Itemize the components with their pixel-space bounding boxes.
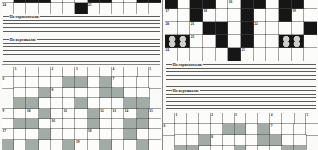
black-cell — [254, 0, 267, 9]
black-cell — [190, 0, 203, 9]
gray-cell — [88, 119, 100, 129]
empty-cell — [26, 3, 38, 14]
empty-cell — [112, 129, 124, 139]
clue-number: 7 — [271, 124, 273, 128]
empty-cell — [26, 129, 38, 139]
clue-text-left: По горизонтали: По вертикали: — [3, 16, 160, 64]
empty-cell — [88, 140, 100, 150]
gray-cell — [124, 98, 136, 108]
empty-cell — [88, 77, 100, 87]
empty-cell — [149, 129, 161, 139]
empty-cell — [2, 119, 14, 129]
clue-number: 4 — [271, 113, 273, 117]
numbered-cell-16: 16 — [51, 119, 63, 129]
empty-cell — [14, 109, 26, 119]
empty-cell — [88, 88, 100, 98]
empty-cell — [203, 48, 216, 61]
clue-number: 24 — [166, 48, 170, 52]
gray-cell — [39, 109, 51, 119]
gray-cell — [294, 146, 306, 150]
black-cell — [279, 0, 292, 9]
empty-cell — [112, 119, 124, 129]
empty-cell — [137, 88, 149, 98]
empty-cell — [254, 9, 267, 22]
empty-cell — [270, 146, 282, 150]
clue-number: 16 — [51, 119, 55, 123]
gray-cell — [39, 129, 51, 139]
clue-number: 2 — [211, 113, 213, 117]
crossword-grid-bottom-left: 12345678910111213141516171819 — [2, 67, 161, 150]
clue-number: 18 — [204, 9, 208, 13]
empty-cell — [258, 113, 270, 124]
black-cell — [279, 9, 292, 22]
empty-cell — [51, 77, 63, 87]
empty-cell — [100, 119, 112, 129]
empty-cell — [14, 140, 26, 150]
down-header-right: По вертикали: — [172, 89, 200, 93]
numbered-cell-5: 5 — [306, 113, 318, 124]
empty-cell — [175, 124, 187, 135]
empty-cell — [88, 67, 100, 77]
empty-cell — [178, 48, 191, 61]
empty-cell — [100, 3, 112, 14]
empty-cell — [26, 77, 38, 87]
numbered-cell-5: 5 — [149, 67, 161, 77]
gray-cell — [187, 146, 199, 150]
empty-cell — [294, 135, 306, 146]
numbered-cell-4: 4 — [270, 113, 282, 124]
numbered-cell-1: 1 — [14, 67, 26, 77]
clue-number: 19 — [76, 140, 80, 144]
numbered-cell-19: 19 — [292, 9, 305, 22]
empty-cell — [187, 135, 199, 146]
empty-cell — [306, 124, 318, 135]
empty-cell — [178, 0, 191, 9]
clue-number: 9 — [3, 109, 5, 113]
numbered-cell-6: 6 — [2, 77, 14, 87]
gray-cell — [223, 124, 235, 135]
clue-number: 24 — [3, 3, 7, 7]
black-cell — [228, 48, 241, 61]
empty-cell — [266, 0, 279, 9]
clue-number: 19 — [292, 9, 296, 13]
clue-number: 6 — [164, 124, 166, 128]
empty-cell — [75, 119, 87, 129]
clues-down-left: По вертикали: — [3, 39, 160, 64]
gray-cell — [112, 88, 124, 98]
black-cell — [241, 35, 254, 48]
gray-cell — [282, 146, 294, 150]
gray-cell — [63, 140, 75, 150]
empty-cell — [39, 67, 51, 77]
empty-cell — [112, 3, 124, 14]
empty-cell — [216, 0, 229, 9]
empty-cell — [228, 35, 241, 48]
gray-cell — [258, 124, 270, 135]
empty-cell — [51, 109, 63, 119]
numbered-cell-19: 19 — [75, 140, 87, 150]
clue-number: 5 — [307, 113, 309, 117]
crossword-grid-top-right: 16171819202122232425 — [165, 0, 317, 61]
empty-cell — [124, 77, 136, 87]
empty-cell — [223, 135, 235, 146]
empty-cell — [75, 88, 87, 98]
scanned-crossword-page: 2425 По горизонтали: По вертикали: 12345… — [0, 0, 318, 150]
gray-cell — [63, 77, 75, 87]
gray-cell — [2, 140, 14, 150]
rosette-ornament-cell — [279, 35, 304, 48]
empty-cell — [235, 135, 247, 146]
empty-cell — [100, 67, 112, 77]
clue-number: 5 — [149, 67, 151, 71]
gray-cell — [88, 109, 100, 119]
numbered-cell-6: 6 — [163, 124, 175, 135]
clue-number: 12 — [100, 109, 104, 113]
gray-cell — [137, 109, 149, 119]
empty-cell — [149, 77, 161, 87]
empty-cell — [187, 113, 199, 124]
clue-number: 13 — [113, 109, 117, 113]
crossword-grid-top-right-wrapper: 16171819202122232425 — [165, 0, 317, 61]
empty-cell — [14, 3, 26, 14]
clue-number: 14 — [125, 109, 129, 113]
empty-cell — [175, 135, 187, 146]
clues-across-left: По горизонтали: — [3, 16, 160, 38]
empty-cell — [88, 98, 100, 108]
numbered-cell-17: 17 — [165, 9, 178, 22]
gray-cell — [137, 98, 149, 108]
empty-cell — [199, 124, 211, 135]
empty-cell — [149, 140, 161, 150]
gray-cell — [75, 77, 87, 87]
black-cell — [216, 22, 229, 35]
empty-cell — [63, 88, 75, 98]
crossword-grid-bottom-right-wrapper: 12345678 — [163, 113, 318, 150]
numbered-cell-24: 24 — [165, 48, 178, 61]
clue-number: 22 — [254, 22, 258, 26]
black-cell — [203, 22, 216, 35]
numbered-cell-17: 17 — [2, 129, 14, 139]
numbered-cell-10: 10 — [26, 109, 38, 119]
empty-cell — [51, 98, 63, 108]
down-header-left: По вертикали: — [9, 38, 37, 42]
empty-cell — [266, 9, 279, 22]
numbered-cell-1: 1 — [175, 113, 187, 124]
empty-cell — [100, 98, 112, 108]
empty-cell — [246, 124, 258, 135]
gray-cell — [199, 135, 211, 146]
gray-cell — [175, 146, 187, 150]
empty-cell — [51, 3, 63, 14]
empty-cell — [26, 67, 38, 77]
empty-cell — [75, 129, 87, 139]
empty-cell — [228, 9, 241, 22]
empty-cell — [14, 129, 26, 139]
empty-cell — [124, 88, 136, 98]
clue-number: 3 — [76, 67, 78, 71]
black-cell — [190, 9, 203, 22]
numbered-cell-11: 11 — [63, 109, 75, 119]
empty-cell — [228, 22, 241, 35]
gray-cell — [100, 140, 112, 150]
clue-number: 23 — [191, 35, 195, 39]
empty-cell — [137, 77, 149, 87]
empty-cell — [254, 35, 267, 48]
gray-cell — [270, 135, 282, 146]
numbered-cell-3: 3 — [75, 67, 87, 77]
numbered-cell-2: 2 — [51, 67, 63, 77]
empty-cell — [266, 35, 279, 48]
clue-number: 18 — [88, 129, 92, 133]
empty-cell — [14, 77, 26, 87]
clue-number: 4 — [113, 67, 115, 71]
empty-cell — [149, 119, 161, 129]
empty-cell — [63, 119, 75, 129]
numbered-cell-12: 12 — [100, 109, 112, 119]
clue-number: 8 — [51, 88, 53, 92]
clue-number: 20 — [166, 22, 170, 26]
clue-number: 17 — [166, 9, 170, 13]
black-cell — [203, 0, 216, 9]
numbered-cell-18: 18 — [203, 9, 216, 22]
numbered-cell-2: 2 — [211, 113, 223, 124]
empty-cell — [304, 0, 317, 9]
empty-cell — [100, 129, 112, 139]
gray-cell — [26, 98, 38, 108]
empty-cell — [223, 113, 235, 124]
empty-cell — [112, 98, 124, 108]
empty-cell — [178, 22, 191, 35]
clue-number: 1 — [15, 67, 17, 71]
empty-cell — [51, 129, 63, 139]
empty-cell — [39, 98, 51, 108]
numbered-cell-9: 9 — [2, 109, 14, 119]
black-cell — [241, 22, 254, 35]
empty-cell — [304, 9, 317, 22]
gray-cell — [39, 88, 51, 98]
empty-cell — [39, 140, 51, 150]
gray-cell — [137, 119, 149, 129]
gray-cell — [258, 135, 270, 146]
empty-cell — [190, 48, 203, 61]
empty-cell — [282, 124, 294, 135]
empty-cell — [124, 3, 136, 14]
empty-cell — [112, 140, 124, 150]
empty-cell — [51, 140, 63, 150]
clue-number: 1 — [175, 113, 177, 117]
numbered-cell-7: 7 — [112, 77, 124, 87]
clue-number: 3 — [235, 113, 237, 117]
black-cell — [304, 22, 317, 35]
numbered-cell-21: 21 — [190, 22, 203, 35]
numbered-cell-18: 18 — [88, 129, 100, 139]
black-cell — [216, 35, 229, 48]
empty-cell — [63, 67, 75, 77]
clue-number: 25 — [242, 48, 246, 52]
empty-cell — [266, 22, 279, 35]
clue-text-right: По горизонтали: По вертикали: — [166, 64, 316, 111]
numbered-cell-25: 25 — [241, 48, 254, 61]
empty-cell — [254, 48, 267, 61]
black-cell — [241, 9, 254, 22]
gray-cell — [14, 119, 26, 129]
empty-cell — [304, 35, 317, 48]
numbered-cell-8: 8 — [211, 135, 223, 146]
across-header-left: По горизонтали: — [9, 15, 40, 19]
black-cell — [165, 0, 178, 9]
rosette-ornament-cell — [165, 35, 190, 48]
clue-number: 16 — [229, 0, 233, 4]
empty-cell — [258, 146, 270, 150]
empty-cell — [178, 9, 191, 22]
gray-cell — [124, 129, 136, 139]
empty-cell — [124, 67, 136, 77]
empty-cell — [279, 22, 292, 35]
empty-cell — [39, 77, 51, 87]
empty-cell — [216, 9, 229, 22]
empty-cell — [211, 124, 223, 135]
numbered-cell-14: 14 — [124, 109, 136, 119]
empty-cell — [137, 3, 149, 14]
gray-cell — [75, 98, 87, 108]
empty-cell — [246, 113, 258, 124]
numbered-cell-4: 4 — [112, 67, 124, 77]
gray-cell — [124, 119, 136, 129]
clues-down-right: По вертикали: — [166, 90, 316, 111]
empty-cell — [199, 113, 211, 124]
clue-number: 10 — [27, 109, 31, 113]
empty-cell — [211, 146, 223, 150]
empty-cell — [124, 140, 136, 150]
clue-number: 15 — [149, 109, 153, 113]
gray-cell — [26, 119, 38, 129]
empty-cell — [216, 48, 229, 61]
numbered-cell-7: 7 — [270, 124, 282, 135]
empty-cell — [279, 48, 292, 61]
empty-cell — [203, 35, 216, 48]
empty-cell — [26, 88, 38, 98]
clue-number: 8 — [211, 135, 213, 139]
empty-cell — [149, 3, 161, 14]
numbered-cell-16: 16 — [228, 0, 241, 9]
empty-cell — [39, 3, 51, 14]
empty-cell — [304, 48, 317, 61]
empty-cell — [246, 135, 258, 146]
gray-cell — [235, 124, 247, 135]
empty-cell — [14, 88, 26, 98]
black-cell — [241, 0, 254, 9]
gray-cell — [235, 146, 247, 150]
empty-cell — [63, 98, 75, 108]
empty-cell — [282, 135, 294, 146]
gray-cell — [14, 98, 26, 108]
crossword-grid-top-left-wrapper: 2425 — [2, 0, 161, 14]
numbered-cell-23: 23 — [190, 35, 203, 48]
empty-cell — [292, 22, 305, 35]
clue-number: 25 — [88, 3, 92, 7]
empty-cell — [294, 124, 306, 135]
empty-cell — [63, 3, 75, 14]
gray-cell — [100, 77, 112, 87]
numbered-cell-25: 25 — [88, 3, 100, 14]
empty-cell — [75, 109, 87, 119]
gray-cell — [100, 88, 112, 98]
clue-number: 2 — [51, 67, 53, 71]
numbered-cell-15: 15 — [149, 109, 161, 119]
empty-cell — [137, 129, 149, 139]
crossword-grid-top-left: 2425 — [2, 0, 161, 14]
empty-cell — [63, 129, 75, 139]
crossword-grid-bottom-right: 12345678 — [163, 113, 318, 150]
empty-cell — [199, 146, 211, 150]
black-cell — [292, 0, 305, 9]
clue-number: 7 — [113, 77, 115, 81]
gray-cell — [26, 140, 38, 150]
clue-number: 6 — [3, 77, 5, 81]
numbered-cell-13: 13 — [112, 109, 124, 119]
numbered-cell-20: 20 — [165, 22, 178, 35]
empty-cell — [39, 119, 51, 129]
numbered-cell-22: 22 — [254, 22, 267, 35]
empty-cell — [266, 48, 279, 61]
empty-cell — [246, 146, 258, 150]
empty-cell — [187, 124, 199, 135]
gray-cell — [137, 140, 149, 150]
clue-number: 21 — [191, 22, 195, 26]
empty-cell — [223, 146, 235, 150]
empty-cell — [292, 48, 305, 61]
clue-number: 11 — [64, 109, 67, 113]
divider-left-column — [2, 64, 160, 65]
numbered-cell-8: 8 — [51, 88, 63, 98]
numbered-cell-24: 24 — [2, 3, 14, 14]
empty-cell — [282, 113, 294, 124]
crossword-grid-bottom-left-wrapper: 12345678910111213141516171819 — [2, 67, 161, 150]
black-cell — [75, 3, 87, 14]
clue-number: 17 — [3, 129, 7, 133]
numbered-cell-3: 3 — [235, 113, 247, 124]
clues-across-right: По горизонтали: — [166, 64, 316, 89]
across-header-right: По горизонтали: — [172, 63, 203, 67]
